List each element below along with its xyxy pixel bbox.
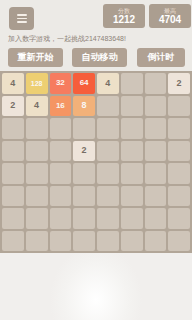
empty-cell <box>97 231 119 252</box>
empty-cell <box>26 141 48 162</box>
score-value: 1212 <box>113 15 135 25</box>
tile-64: 64 <box>73 73 95 94</box>
tile-4: 4 <box>2 73 24 94</box>
empty-cell <box>145 141 167 162</box>
empty-cell <box>168 208 190 229</box>
empty-cell <box>121 231 143 252</box>
empty-cell <box>73 231 95 252</box>
empty-cell <box>121 118 143 139</box>
hamburger-icon <box>17 14 27 23</box>
empty-cell <box>168 118 190 139</box>
footer-blank-area <box>0 253 192 320</box>
best-value: 4704 <box>159 15 181 25</box>
empty-cell <box>73 186 95 207</box>
empty-cell <box>26 118 48 139</box>
best-label: 最高 <box>164 8 176 14</box>
empty-cell <box>73 163 95 184</box>
empty-cell <box>121 163 143 184</box>
empty-cell <box>2 186 24 207</box>
empty-cell <box>145 96 167 117</box>
empty-cell <box>50 231 72 252</box>
tile-8: 8 <box>73 96 95 117</box>
empty-cell <box>97 208 119 229</box>
empty-cell <box>145 73 167 94</box>
empty-cell <box>2 208 24 229</box>
empty-cell <box>121 73 143 94</box>
empty-cell <box>50 118 72 139</box>
empty-cell <box>97 141 119 162</box>
app-screen: 分数 1212 最高 4704 加入数字游戏，一起挑战2147483648! 重… <box>0 0 192 320</box>
empty-cell <box>121 186 143 207</box>
empty-cell <box>26 186 48 207</box>
empty-cell <box>26 231 48 252</box>
empty-cell <box>145 231 167 252</box>
tile-2: 2 <box>2 96 24 117</box>
action-button-row: 重新开始 自动移动 倒计时 <box>0 48 192 67</box>
empty-cell <box>2 231 24 252</box>
tile-2: 2 <box>73 141 95 162</box>
restart-button[interactable]: 重新开始 <box>8 48 63 67</box>
empty-cell <box>145 163 167 184</box>
tile-128: 128 <box>26 73 48 94</box>
board[interactable]: 4128326442241682 <box>0 71 192 253</box>
best-score-box: 最高 4704 <box>149 4 191 28</box>
empty-cell <box>145 208 167 229</box>
promo-text: 加入数字游戏，一起挑战2147483648! <box>8 34 188 44</box>
empty-cell <box>73 208 95 229</box>
empty-cell <box>97 163 119 184</box>
empty-cell <box>168 141 190 162</box>
menu-button[interactable] <box>9 7 34 30</box>
empty-cell <box>168 186 190 207</box>
empty-cell <box>50 208 72 229</box>
empty-cell <box>50 141 72 162</box>
tile-4: 4 <box>97 73 119 94</box>
countdown-button[interactable]: 倒计时 <box>137 48 185 67</box>
empty-cell <box>121 208 143 229</box>
tile-2: 2 <box>168 73 190 94</box>
empty-cell <box>145 118 167 139</box>
tile-16: 16 <box>50 96 72 117</box>
auto-move-button[interactable]: 自动移动 <box>72 48 127 67</box>
empty-cell <box>97 118 119 139</box>
empty-cell <box>145 186 167 207</box>
empty-cell <box>121 141 143 162</box>
empty-cell <box>2 118 24 139</box>
tile-32: 32 <box>50 73 72 94</box>
empty-cell <box>168 96 190 117</box>
empty-cell <box>97 186 119 207</box>
empty-cell <box>50 186 72 207</box>
tile-4: 4 <box>26 96 48 117</box>
empty-cell <box>121 96 143 117</box>
score-label: 分数 <box>118 8 130 14</box>
empty-cell <box>2 141 24 162</box>
score-box: 分数 1212 <box>103 4 145 28</box>
empty-cell <box>50 163 72 184</box>
empty-cell <box>168 163 190 184</box>
empty-cell <box>26 163 48 184</box>
empty-cell <box>2 163 24 184</box>
empty-cell <box>73 118 95 139</box>
empty-cell <box>168 231 190 252</box>
empty-cell <box>97 96 119 117</box>
empty-cell <box>26 208 48 229</box>
